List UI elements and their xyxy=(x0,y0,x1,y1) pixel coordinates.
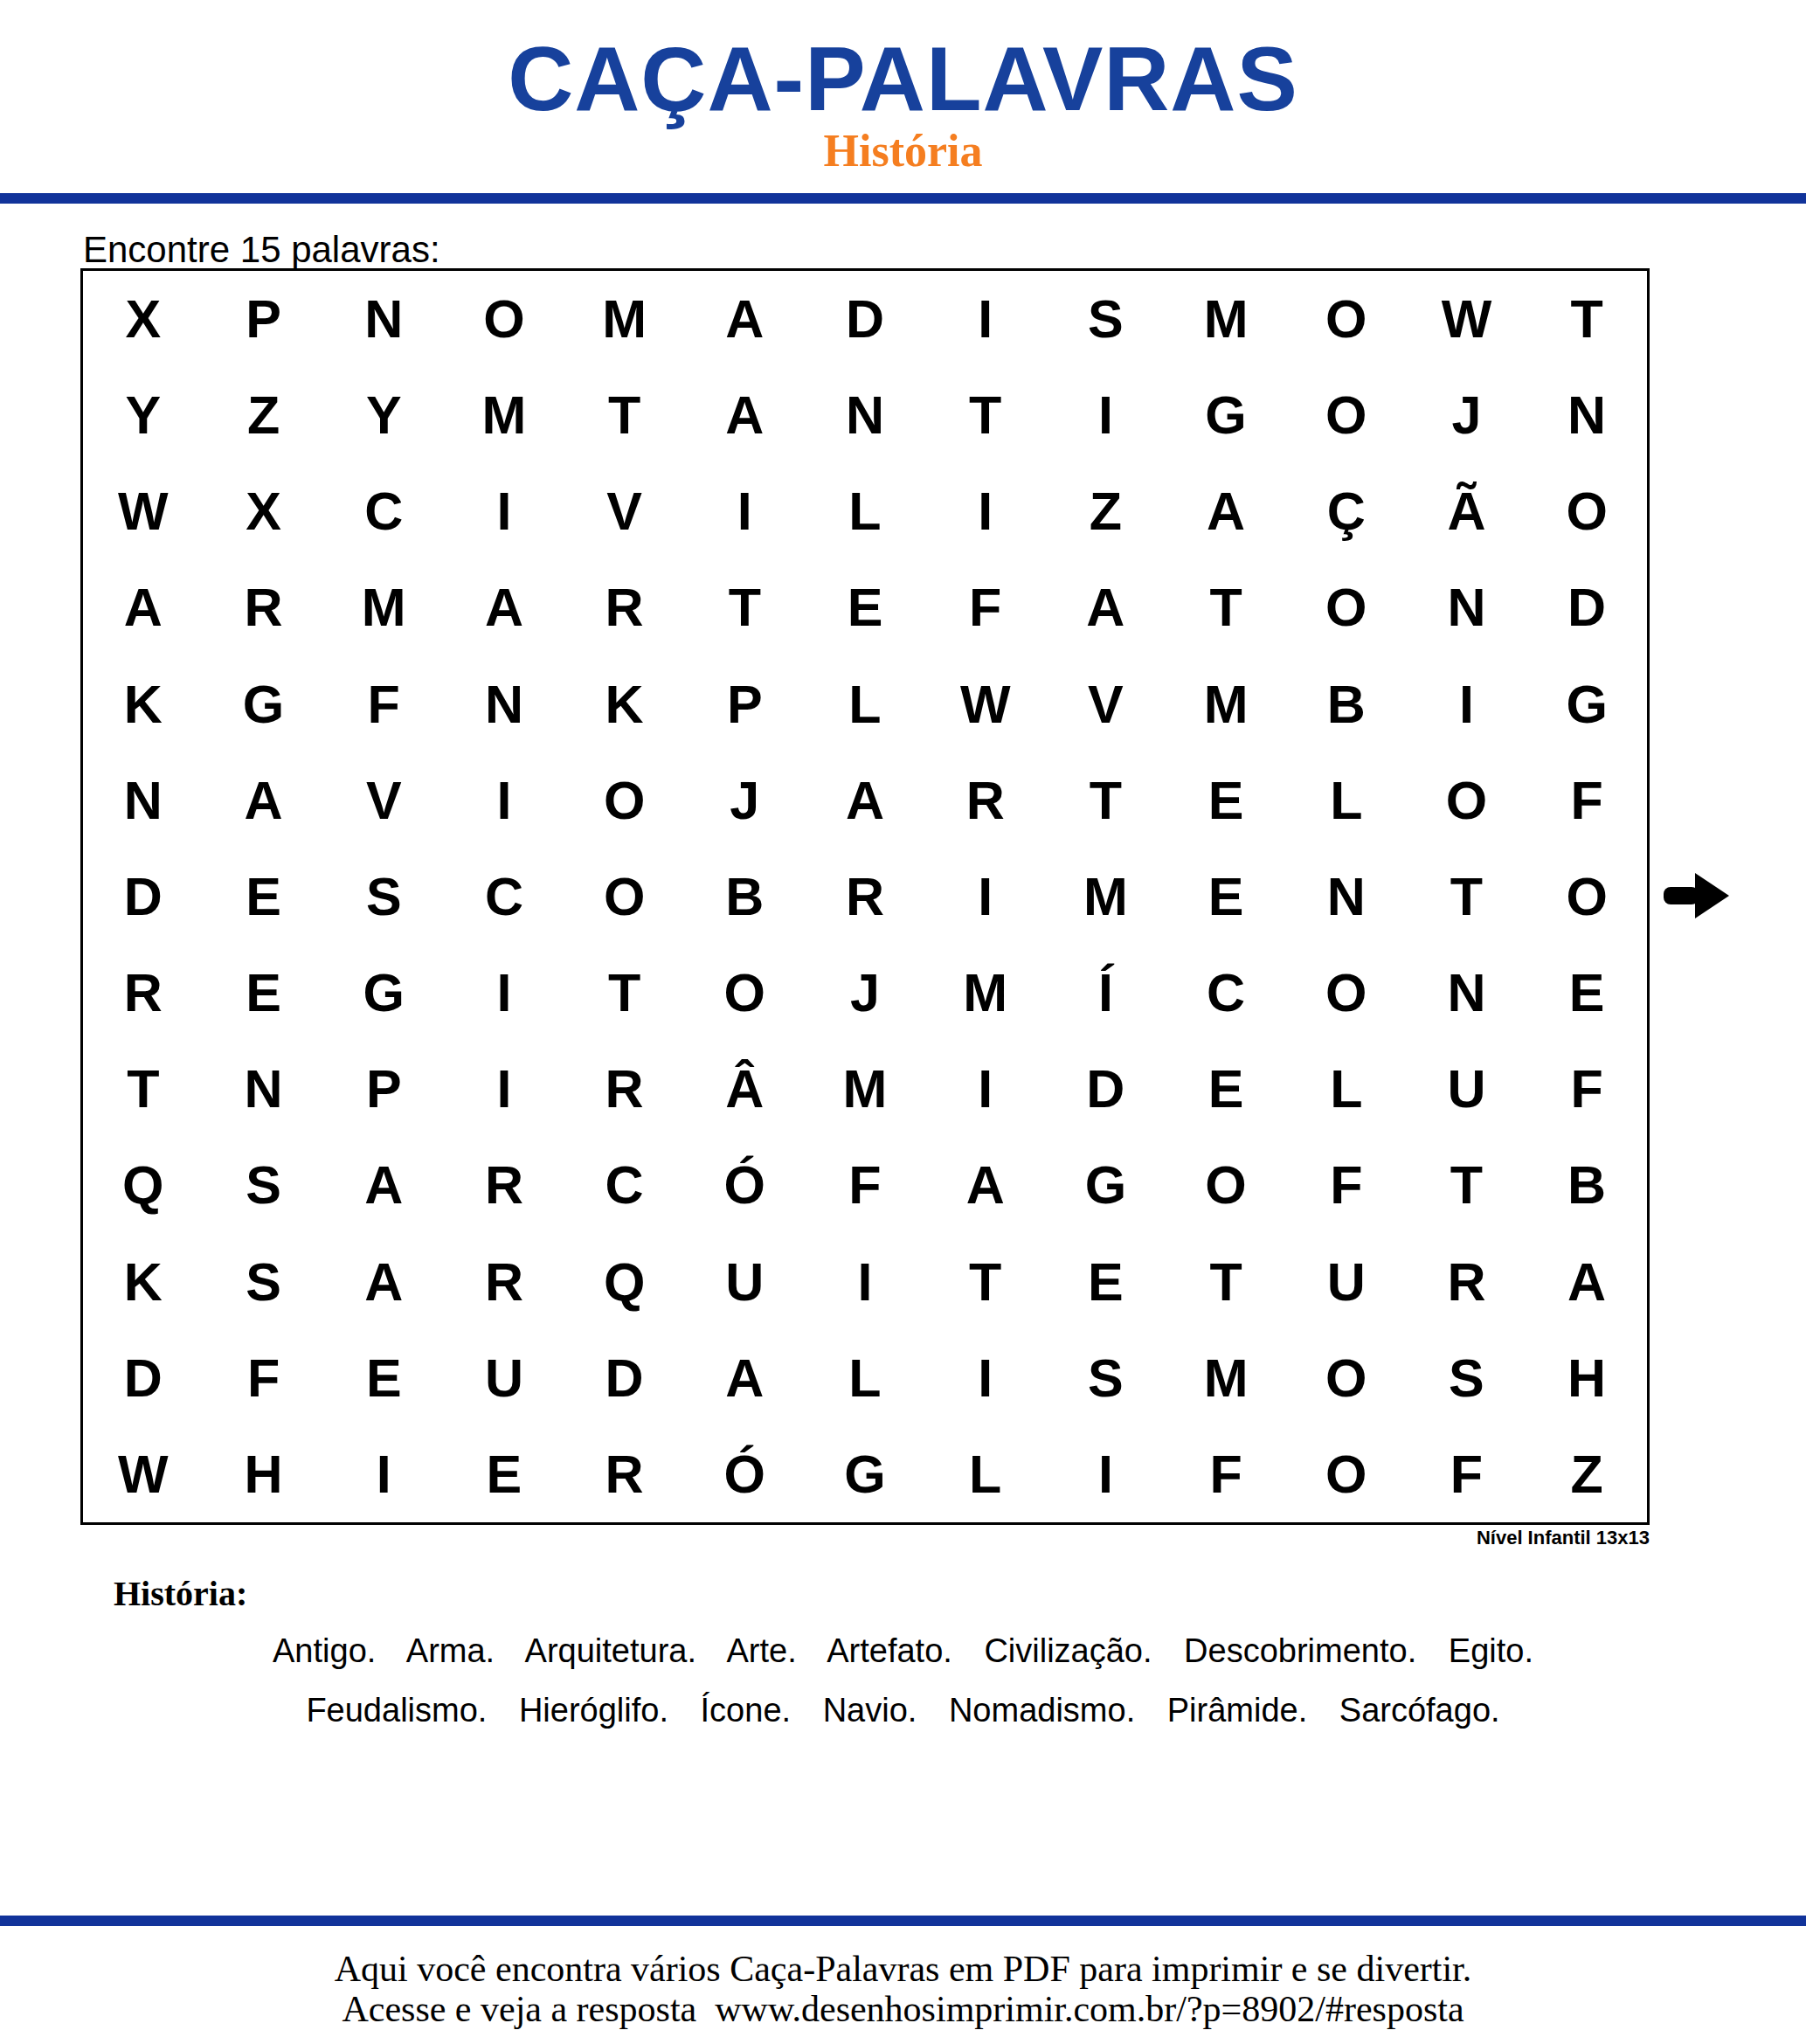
divider-bar-bottom xyxy=(0,1916,1806,1926)
grid-cell-r2c9[interactable]: I xyxy=(1046,368,1166,464)
grid-cell-r5c7[interactable]: L xyxy=(805,656,925,752)
grid-cell-r1c3[interactable]: N xyxy=(323,271,444,367)
grid-cell-r3c13[interactable]: O xyxy=(1526,464,1647,560)
grid-cell-r2c6[interactable]: A xyxy=(684,368,805,464)
grid-cell-r6c5[interactable]: O xyxy=(564,752,685,849)
grid-cell-r1c4[interactable]: O xyxy=(444,271,564,367)
grid-cell-r4c7[interactable]: E xyxy=(805,560,925,656)
grid-cell-r9c8[interactable]: I xyxy=(925,1042,1046,1138)
grid-cell-r1c8[interactable]: I xyxy=(925,271,1046,367)
grid-cell-r5c8[interactable]: W xyxy=(925,656,1046,752)
grid-cell-r11c12[interactable]: R xyxy=(1407,1234,1527,1330)
grid-cell-r9c5[interactable]: R xyxy=(564,1042,685,1138)
grid-cell-r5c5[interactable]: K xyxy=(564,656,685,752)
grid-cell-r7c6[interactable]: B xyxy=(684,849,805,945)
grid-cell-r5c4[interactable]: N xyxy=(444,656,564,752)
grid-cell-r4c3[interactable]: M xyxy=(323,560,444,656)
grid-cell-r1c13[interactable]: T xyxy=(1526,271,1647,367)
grid-cell-r7c2[interactable]: E xyxy=(204,849,324,945)
grid-cell-r6c7[interactable]: A xyxy=(805,752,925,849)
grid-cell-r13c11[interactable]: O xyxy=(1286,1426,1407,1522)
grid-cell-r6c3[interactable]: V xyxy=(323,752,444,849)
grid-cell-r9c11[interactable]: L xyxy=(1286,1042,1407,1138)
grid-cell-r5c13[interactable]: G xyxy=(1526,656,1647,752)
grid-cell-r7c11[interactable]: N xyxy=(1286,849,1407,945)
grid-cell-r3c10[interactable]: A xyxy=(1166,464,1286,560)
grid-cell-r2c8[interactable]: T xyxy=(925,368,1046,464)
grid-cell-r6c6[interactable]: J xyxy=(684,752,805,849)
grid-cell-r4c2[interactable]: R xyxy=(204,560,324,656)
grid-cell-r3c9[interactable]: Z xyxy=(1046,464,1166,560)
grid-cell-r13c7[interactable]: G xyxy=(805,1426,925,1522)
grid-cell-r12c8[interactable]: I xyxy=(925,1330,1046,1426)
grid-cell-r11c8[interactable]: T xyxy=(925,1234,1046,1330)
grid-cell-r7c9[interactable]: M xyxy=(1046,849,1166,945)
grid-cell-r13c3[interactable]: I xyxy=(323,1426,444,1522)
grid-cell-r13c10[interactable]: F xyxy=(1166,1426,1286,1522)
word-list-line-2: Feudalismo. Hieróglifo. Ícone. Navio. No… xyxy=(0,1694,1806,1727)
grid-cell-r7c13[interactable]: O xyxy=(1526,849,1647,945)
grid-cell-r6c2[interactable]: A xyxy=(204,752,324,849)
grid-cell-r4c11[interactable]: O xyxy=(1286,560,1407,656)
grid-cell-r8c7[interactable]: J xyxy=(805,945,925,1041)
grid-cell-r11c10[interactable]: T xyxy=(1166,1234,1286,1330)
grid-cell-r13c5[interactable]: R xyxy=(564,1426,685,1522)
grid-cell-r4c12[interactable]: N xyxy=(1407,560,1527,656)
grid-cell-r1c11[interactable]: O xyxy=(1286,271,1407,367)
grid-cell-r2c12[interactable]: J xyxy=(1407,368,1527,464)
grid-cell-r7c12[interactable]: T xyxy=(1407,849,1527,945)
grid-cell-r11c5[interactable]: Q xyxy=(564,1234,685,1330)
grid-cell-r4c5[interactable]: R xyxy=(564,560,685,656)
grid-cell-r10c2[interactable]: S xyxy=(204,1138,324,1234)
grid-cell-r9c1[interactable]: T xyxy=(83,1042,204,1138)
grid-cell-r9c10[interactable]: E xyxy=(1166,1042,1286,1138)
grid-cell-r7c3[interactable]: S xyxy=(323,849,444,945)
grid-cell-r3c7[interactable]: L xyxy=(805,464,925,560)
grid-cell-r6c11[interactable]: L xyxy=(1286,752,1407,849)
grid-cell-r7c5[interactable]: O xyxy=(564,849,685,945)
grid-cell-r4c9[interactable]: A xyxy=(1046,560,1166,656)
grid-cell-r3c1[interactable]: W xyxy=(83,464,204,560)
grid-cell-r6c13[interactable]: F xyxy=(1526,752,1647,849)
grid-cell-r2c13[interactable]: N xyxy=(1526,368,1647,464)
grid-cell-r8c11[interactable]: O xyxy=(1286,945,1407,1041)
grid-cell-r8c2[interactable]: E xyxy=(204,945,324,1041)
grid-cell-r12c7[interactable]: L xyxy=(805,1330,925,1426)
grid-cell-r10c5[interactable]: C xyxy=(564,1138,685,1234)
grid-cell-r8c9[interactable]: Í xyxy=(1046,945,1166,1041)
grid-cell-r4c6[interactable]: T xyxy=(684,560,805,656)
grid-cell-r5c2[interactable]: G xyxy=(204,656,324,752)
grid-cell-r2c11[interactable]: O xyxy=(1286,368,1407,464)
grid-cell-r1c6[interactable]: A xyxy=(684,271,805,367)
grid-cell-r11c13[interactable]: A xyxy=(1526,1234,1647,1330)
grid-cell-r9c3[interactable]: P xyxy=(323,1042,444,1138)
grid-cell-r1c2[interactable]: P xyxy=(204,271,324,367)
grid-cell-r7c4[interactable]: C xyxy=(444,849,564,945)
grid-cell-r8c6[interactable]: O xyxy=(684,945,805,1041)
grid-cell-r3c4[interactable]: I xyxy=(444,464,564,560)
grid-cell-r5c11[interactable]: B xyxy=(1286,656,1407,752)
grid-cell-r8c3[interactable]: G xyxy=(323,945,444,1041)
grid-cell-r10c12[interactable]: T xyxy=(1407,1138,1527,1234)
grid-cell-r10c7[interactable]: F xyxy=(805,1138,925,1234)
grid-cell-r1c9[interactable]: S xyxy=(1046,271,1166,367)
grid-cell-r11c6[interactable]: U xyxy=(684,1234,805,1330)
footer: Aqui você encontra vários Caça-Palavras … xyxy=(0,1916,1806,2029)
grid-cell-r2c2[interactable]: Z xyxy=(204,368,324,464)
grid-cell-r3c5[interactable]: V xyxy=(564,464,685,560)
grid-cell-r12c6[interactable]: A xyxy=(684,1330,805,1426)
grid-cell-r13c12[interactable]: F xyxy=(1407,1426,1527,1522)
grid-cell-r3c3[interactable]: C xyxy=(323,464,444,560)
grid-cell-r11c9[interactable]: E xyxy=(1046,1234,1166,1330)
grid-cell-r12c3[interactable]: E xyxy=(323,1330,444,1426)
grid-cell-r8c8[interactable]: M xyxy=(925,945,1046,1041)
grid-cell-r4c8[interactable]: F xyxy=(925,560,1046,656)
grid-cell-r8c10[interactable]: C xyxy=(1166,945,1286,1041)
grid-cell-r6c1[interactable]: N xyxy=(83,752,204,849)
grid-cell-r2c3[interactable]: Y xyxy=(323,368,444,464)
footer-text-1: Aqui você encontra vários Caça-Palavras … xyxy=(0,1949,1806,1989)
grid-cell-r1c10[interactable]: M xyxy=(1166,271,1286,367)
grid-cell-r3c12[interactable]: Ã xyxy=(1407,464,1527,560)
grid-cell-r9c9[interactable]: D xyxy=(1046,1042,1166,1138)
grid-cell-r12c10[interactable]: M xyxy=(1166,1330,1286,1426)
grid-cell-r4c10[interactable]: T xyxy=(1166,560,1286,656)
grid-cell-r6c9[interactable]: T xyxy=(1046,752,1166,849)
grid-cell-r12c2[interactable]: F xyxy=(204,1330,324,1426)
grid-cell-r12c12[interactable]: S xyxy=(1407,1330,1527,1426)
word-search-grid: XPNOMADISMOWTYZYMTANTIGOJNWXCIVILIZAÇÃOA… xyxy=(80,268,1650,1525)
grid-cell-r12c11[interactable]: O xyxy=(1286,1330,1407,1426)
grid-cell-r13c1[interactable]: W xyxy=(83,1426,204,1522)
grid-cell-r9c2[interactable]: N xyxy=(204,1042,324,1138)
grid-cell-r11c3[interactable]: A xyxy=(323,1234,444,1330)
grid-cell-r7c10[interactable]: E xyxy=(1166,849,1286,945)
grid-cell-r12c5[interactable]: D xyxy=(564,1330,685,1426)
grid-cell-r2c5[interactable]: T xyxy=(564,368,685,464)
grid-cell-r9c12[interactable]: U xyxy=(1407,1042,1527,1138)
page-subtitle: História xyxy=(0,128,1806,174)
right-arrow-icon xyxy=(1664,873,1729,918)
grid-cell-r13c2[interactable]: H xyxy=(204,1426,324,1522)
grid-cell-r12c9[interactable]: S xyxy=(1046,1330,1166,1426)
grid-cell-r10c10[interactable]: O xyxy=(1166,1138,1286,1234)
grid-cell-r1c5[interactable]: M xyxy=(564,271,685,367)
grid-cell-r13c6[interactable]: Ó xyxy=(684,1426,805,1522)
grid-cell-r13c9[interactable]: I xyxy=(1046,1426,1166,1522)
grid-cell-r6c10[interactable]: E xyxy=(1166,752,1286,849)
grid-cell-r12c4[interactable]: U xyxy=(444,1330,564,1426)
word-list-heading: História: xyxy=(114,1576,1806,1611)
grid-cell-r12c13[interactable]: H xyxy=(1526,1330,1647,1426)
grid-cell-r4c1[interactable]: A xyxy=(83,560,204,656)
grid-cell-r7c1[interactable]: D xyxy=(83,849,204,945)
grid-cell-r9c6[interactable]: Â xyxy=(684,1042,805,1138)
grid-cell-r13c13[interactable]: Z xyxy=(1526,1426,1647,1522)
grid-cell-r11c4[interactable]: R xyxy=(444,1234,564,1330)
divider-bar-top xyxy=(0,193,1806,204)
footer-text-2: Acesse e veja a resposta www.desenhosimp… xyxy=(0,1989,1806,2029)
grid-cell-r1c7[interactable]: D xyxy=(805,271,925,367)
grid-cell-r3c11[interactable]: Ç xyxy=(1286,464,1407,560)
grid-cell-r2c1[interactable]: Y xyxy=(83,368,204,464)
grid-cell-r6c12[interactable]: O xyxy=(1407,752,1527,849)
grid-cell-r2c10[interactable]: G xyxy=(1166,368,1286,464)
grid-cell-r10c8[interactable]: A xyxy=(925,1138,1046,1234)
grid-cell-r4c13[interactable]: D xyxy=(1526,560,1647,656)
grid-cell-r9c7[interactable]: M xyxy=(805,1042,925,1138)
grid-cell-r11c11[interactable]: U xyxy=(1286,1234,1407,1330)
grid-cell-r10c13[interactable]: B xyxy=(1526,1138,1647,1234)
grid-cell-r10c1[interactable]: Q xyxy=(83,1138,204,1234)
grid-cell-r8c4[interactable]: I xyxy=(444,945,564,1041)
grid-cell-r13c8[interactable]: L xyxy=(925,1426,1046,1522)
grid-cell-r9c13[interactable]: F xyxy=(1526,1042,1647,1138)
grid-cell-r10c3[interactable]: A xyxy=(323,1138,444,1234)
word-list-line-1: Antigo. Arma. Arquitetura. Arte. Artefat… xyxy=(0,1634,1806,1667)
grid-cell-r8c13[interactable]: E xyxy=(1526,945,1647,1041)
level-label: Nível Infantil 13x13 xyxy=(80,1527,1650,1549)
grid-cell-r1c12[interactable]: W xyxy=(1407,271,1527,367)
grid-cell-r2c4[interactable]: M xyxy=(444,368,564,464)
grid-cell-r8c12[interactable]: N xyxy=(1407,945,1527,1041)
grid-cell-r4c4[interactable]: A xyxy=(444,560,564,656)
grid-cell-r7c7[interactable]: R xyxy=(805,849,925,945)
grid-cell-r13c4[interactable]: E xyxy=(444,1426,564,1522)
grid-cell-r5c3[interactable]: F xyxy=(323,656,444,752)
grid-cell-r3c8[interactable]: I xyxy=(925,464,1046,560)
instruction-label: Encontre 15 palavras: xyxy=(83,232,1806,268)
grid-cell-r10c4[interactable]: R xyxy=(444,1138,564,1234)
grid-cell-r8c1[interactable]: R xyxy=(83,945,204,1041)
grid-cell-r9c4[interactable]: I xyxy=(444,1042,564,1138)
grid-cell-r5c1[interactable]: K xyxy=(83,656,204,752)
grid-cell-r6c4[interactable]: I xyxy=(444,752,564,849)
grid-cell-r2c7[interactable]: N xyxy=(805,368,925,464)
grid-cell-r5c12[interactable]: I xyxy=(1407,656,1527,752)
grid-cell-r6c8[interactable]: R xyxy=(925,752,1046,849)
grid-cell-r11c7[interactable]: I xyxy=(805,1234,925,1330)
word-search-area: XPNOMADISMOWTYZYMTANTIGOJNWXCIVILIZAÇÃOA… xyxy=(80,268,1650,1549)
page-title: CAÇA-PALAVRAS xyxy=(0,29,1806,128)
grid-cell-r5c9[interactable]: V xyxy=(1046,656,1166,752)
grid-cell-r11c1[interactable]: K xyxy=(83,1234,204,1330)
grid-cell-r8c5[interactable]: T xyxy=(564,945,685,1041)
grid-cell-r5c10[interactable]: M xyxy=(1166,656,1286,752)
grid-cell-r12c1[interactable]: D xyxy=(83,1330,204,1426)
grid-cell-r11c2[interactable]: S xyxy=(204,1234,324,1330)
grid-cell-r3c2[interactable]: X xyxy=(204,464,324,560)
grid-cell-r10c11[interactable]: F xyxy=(1286,1138,1407,1234)
grid-cell-r10c6[interactable]: Ó xyxy=(684,1138,805,1234)
grid-cell-r7c8[interactable]: I xyxy=(925,849,1046,945)
grid-cell-r5c6[interactable]: P xyxy=(684,656,805,752)
grid-cell-r1c1[interactable]: X xyxy=(83,271,204,367)
grid-cell-r3c6[interactable]: I xyxy=(684,464,805,560)
grid-cell-r10c9[interactable]: G xyxy=(1046,1138,1166,1234)
